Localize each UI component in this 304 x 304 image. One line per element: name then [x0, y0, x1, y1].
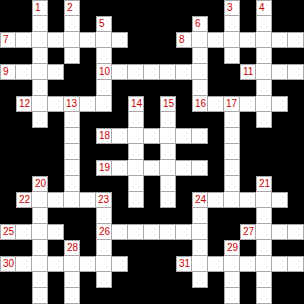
- block-cell: [160, 0, 176, 16]
- block-cell: [288, 48, 304, 64]
- block-cell: [112, 192, 128, 208]
- grid-cell-r7c16[interactable]: [256, 112, 272, 128]
- grid-cell-r2c11[interactable]: 8: [176, 32, 192, 48]
- clue-number-16: 16: [193, 99, 206, 109]
- block-cell: [208, 48, 224, 64]
- block-cell: [272, 144, 288, 160]
- grid-cell-r2c5[interactable]: [80, 32, 96, 48]
- grid-cell-r1c4[interactable]: [64, 16, 80, 32]
- grid-cell-r14c6[interactable]: 26: [96, 224, 112, 240]
- grid-cell-r14c17[interactable]: [272, 224, 288, 240]
- block-cell: [80, 0, 96, 16]
- grid-cell-r6c8[interactable]: 14: [128, 96, 144, 112]
- block-cell: [128, 288, 144, 304]
- grid-cell-r2c16[interactable]: [256, 32, 272, 48]
- grid-cell-r11c10[interactable]: [160, 176, 176, 192]
- block-cell: [112, 176, 128, 192]
- grid-cell-r14c2[interactable]: [32, 224, 48, 240]
- grid-cell-r14c8[interactable]: [128, 224, 144, 240]
- grid-cell-r4c7[interactable]: [112, 64, 128, 80]
- grid-cell-r4c10[interactable]: [160, 64, 176, 80]
- block-cell: [0, 96, 16, 112]
- clue-number-17: 17: [224, 99, 237, 109]
- block-cell: [80, 128, 96, 144]
- clue-number-18: 18: [97, 131, 110, 141]
- grid-cell-r11c4[interactable]: [64, 176, 80, 192]
- block-cell: [80, 64, 96, 80]
- grid-cell-r2c3[interactable]: [48, 32, 64, 48]
- block-cell: [240, 80, 256, 96]
- grid-cell-r10c6[interactable]: 19: [96, 160, 112, 176]
- block-cell: [224, 208, 240, 224]
- grid-cell-r4c15[interactable]: 11: [240, 64, 256, 80]
- grid-cell-r4c3[interactable]: [48, 64, 64, 80]
- block-cell: [240, 16, 256, 32]
- grid-cell-r17c6[interactable]: [96, 272, 112, 288]
- grid-cell-r4c16[interactable]: [256, 64, 272, 80]
- grid-cell-r14c18[interactable]: [288, 224, 304, 240]
- block-cell: [16, 208, 32, 224]
- block-cell: [144, 32, 160, 48]
- grid-cell-r4c0[interactable]: 9: [0, 64, 16, 80]
- block-cell: [128, 0, 144, 16]
- block-cell: [144, 48, 160, 64]
- grid-cell-r9c14[interactable]: [224, 144, 240, 160]
- grid-cell-r6c17[interactable]: [272, 96, 288, 112]
- grid-cell-r18c4[interactable]: [64, 288, 80, 304]
- grid-cell-r16c7[interactable]: [112, 256, 128, 272]
- block-cell: [208, 16, 224, 32]
- clue-number-28: 28: [65, 243, 78, 253]
- block-cell: [240, 128, 256, 144]
- block-cell: [208, 80, 224, 96]
- block-cell: [48, 48, 64, 64]
- grid-cell-r12c12[interactable]: 24: [192, 192, 208, 208]
- grid-cell-r14c7[interactable]: [112, 224, 128, 240]
- block-cell: [48, 272, 64, 288]
- block-cell: [80, 208, 96, 224]
- clue-number-10: 10: [97, 67, 110, 77]
- grid-cell-r8c4[interactable]: [64, 128, 80, 144]
- grid-cell-r6c6[interactable]: [96, 96, 112, 112]
- grid-cell-r16c0[interactable]: 30: [0, 256, 16, 272]
- grid-cell-r4c11[interactable]: [176, 64, 192, 80]
- grid-cell-r2c14[interactable]: [224, 32, 240, 48]
- grid-cell-r10c8[interactable]: [128, 160, 144, 176]
- block-cell: [48, 208, 64, 224]
- grid-cell-r2c0[interactable]: 7: [0, 32, 16, 48]
- block-cell: [288, 272, 304, 288]
- grid-cell-r9c4[interactable]: [64, 144, 80, 160]
- grid-cell-r12c5[interactable]: [80, 192, 96, 208]
- block-cell: [240, 48, 256, 64]
- block-cell: [144, 272, 160, 288]
- grid-cell-r16c2[interactable]: [32, 256, 48, 272]
- clue-number-8: 8: [177, 35, 185, 45]
- grid-cell-r10c12[interactable]: [192, 160, 208, 176]
- grid-cell-r8c9[interactable]: [144, 128, 160, 144]
- grid-cell-r12c8[interactable]: [128, 192, 144, 208]
- block-cell: [208, 272, 224, 288]
- grid-cell-r8c11[interactable]: [176, 128, 192, 144]
- grid-cell-r12c2[interactable]: [32, 192, 48, 208]
- block-cell: [16, 0, 32, 16]
- grid-cell-r12c16[interactable]: [256, 192, 272, 208]
- grid-cell-r17c12[interactable]: [192, 272, 208, 288]
- grid-cell-r15c12[interactable]: [192, 240, 208, 256]
- block-cell: [96, 0, 112, 16]
- block-cell: [0, 288, 16, 304]
- grid-cell-r12c13[interactable]: [208, 192, 224, 208]
- block-cell: [16, 48, 32, 64]
- grid-cell-r4c6[interactable]: 10: [96, 64, 112, 80]
- grid-cell-r4c9[interactable]: [144, 64, 160, 80]
- clue-number-24: 24: [193, 195, 206, 205]
- grid-cell-r2c2[interactable]: [32, 32, 48, 48]
- block-cell: [176, 0, 192, 16]
- block-cell: [80, 272, 96, 288]
- block-cell: [224, 80, 240, 96]
- grid-cell-r16c15[interactable]: [240, 256, 256, 272]
- block-cell: [176, 80, 192, 96]
- block-cell: [208, 128, 224, 144]
- grid-cell-r3c16[interactable]: [256, 48, 272, 64]
- block-cell: [48, 144, 64, 160]
- grid-cell-r12c10[interactable]: [160, 192, 176, 208]
- grid-cell-r16c3[interactable]: [48, 256, 64, 272]
- grid-cell-r5c6[interactable]: [96, 80, 112, 96]
- grid-cell-r11c14[interactable]: [224, 176, 240, 192]
- block-cell: [176, 48, 192, 64]
- block-cell: [64, 208, 80, 224]
- block-cell: [112, 80, 128, 96]
- grid-cell-r11c2[interactable]: 20: [32, 176, 48, 192]
- grid-cell-r16c5[interactable]: [80, 256, 96, 272]
- block-cell: [64, 224, 80, 240]
- block-cell: [208, 144, 224, 160]
- grid-cell-r16c6[interactable]: [96, 256, 112, 272]
- grid-cell-r15c16[interactable]: [256, 240, 272, 256]
- block-cell: [16, 128, 32, 144]
- grid-cell-r6c14[interactable]: 17: [224, 96, 240, 112]
- grid-cell-r6c3[interactable]: [48, 96, 64, 112]
- block-cell: [208, 288, 224, 304]
- grid-cell-r14c0[interactable]: 25: [0, 224, 16, 240]
- grid-cell-r4c17[interactable]: [272, 64, 288, 80]
- block-cell: [144, 16, 160, 32]
- grid-cell-r7c4[interactable]: [64, 112, 80, 128]
- block-cell: [64, 64, 80, 80]
- grid-cell-r4c8[interactable]: [128, 64, 144, 80]
- block-cell: [80, 16, 96, 32]
- block-cell: [112, 272, 128, 288]
- block-cell: [288, 144, 304, 160]
- block-cell: [48, 160, 64, 176]
- grid-cell-r12c1[interactable]: 22: [16, 192, 32, 208]
- grid-cell-r16c1[interactable]: [16, 256, 32, 272]
- grid-cell-r18c14[interactable]: [224, 288, 240, 304]
- grid-cell-r7c14[interactable]: [224, 112, 240, 128]
- grid-cell-r10c9[interactable]: [144, 160, 160, 176]
- grid-cell-r7c2[interactable]: [32, 112, 48, 128]
- block-cell: [208, 64, 224, 80]
- grid-cell-r6c10[interactable]: 15: [160, 96, 176, 112]
- grid-cell-r16c16[interactable]: [256, 256, 272, 272]
- grid-cell-r10c4[interactable]: [64, 160, 80, 176]
- block-cell: [240, 272, 256, 288]
- block-cell: [112, 240, 128, 256]
- grid-cell-r14c9[interactable]: [144, 224, 160, 240]
- block-cell: [160, 240, 176, 256]
- grid-cell-r13c6[interactable]: [96, 208, 112, 224]
- grid-cell-r10c14[interactable]: [224, 160, 240, 176]
- grid-cell-r16c18[interactable]: [288, 256, 304, 272]
- block-cell: [144, 288, 160, 304]
- block-cell: [208, 160, 224, 176]
- clue-number-5: 5: [97, 19, 105, 29]
- grid-cell-r4c2[interactable]: [32, 64, 48, 80]
- clue-number-22: 22: [17, 195, 30, 205]
- block-cell: [80, 240, 96, 256]
- block-cell: [176, 144, 192, 160]
- grid-cell-r15c2[interactable]: [32, 240, 48, 256]
- grid-cell-r8c7[interactable]: [112, 128, 128, 144]
- block-cell: [192, 112, 208, 128]
- block-cell: [208, 176, 224, 192]
- grid-cell-r2c13[interactable]: [208, 32, 224, 48]
- block-cell: [240, 144, 256, 160]
- grid-cell-r14c12[interactable]: [192, 224, 208, 240]
- clue-number-27: 27: [241, 227, 254, 237]
- grid-cell-r2c7[interactable]: [112, 32, 128, 48]
- block-cell: [112, 16, 128, 32]
- block-cell: [272, 80, 288, 96]
- block-cell: [0, 160, 16, 176]
- grid-cell-r16c4[interactable]: [64, 256, 80, 272]
- grid-cell-r14c3[interactable]: [48, 224, 64, 240]
- grid-cell-r5c12[interactable]: [192, 80, 208, 96]
- block-cell: [16, 176, 32, 192]
- grid-cell-r7c8[interactable]: [128, 112, 144, 128]
- grid-cell-r13c16[interactable]: [256, 208, 272, 224]
- grid-cell-r6c16[interactable]: [256, 96, 272, 112]
- grid-cell-r12c3[interactable]: [48, 192, 64, 208]
- grid-cell-r12c4[interactable]: [64, 192, 80, 208]
- block-cell: [176, 240, 192, 256]
- grid-cell-r2c18[interactable]: [288, 32, 304, 48]
- grid-cell-r6c12[interactable]: 16: [192, 96, 208, 112]
- grid-cell-r8c14[interactable]: [224, 128, 240, 144]
- grid-cell-r5c2[interactable]: [32, 80, 48, 96]
- grid-cell-r2c17[interactable]: [272, 32, 288, 48]
- grid-cell-r4c1[interactable]: [16, 64, 32, 80]
- block-cell: [288, 16, 304, 32]
- grid-cell-r3c12[interactable]: [192, 48, 208, 64]
- block-cell: [272, 160, 288, 176]
- grid-cell-r17c2[interactable]: [32, 272, 48, 288]
- grid-cell-r3c14[interactable]: [224, 48, 240, 64]
- block-cell: [160, 272, 176, 288]
- clue-number-11: 11: [241, 67, 253, 77]
- grid-cell-r1c12[interactable]: 6: [192, 16, 208, 32]
- grid-cell-r14c16[interactable]: [256, 224, 272, 240]
- grid-cell-r14c11[interactable]: [176, 224, 192, 240]
- grid-cell-r15c14[interactable]: 29: [224, 240, 240, 256]
- block-cell: [176, 16, 192, 32]
- grid-cell-r12c14[interactable]: [224, 192, 240, 208]
- block-cell: [160, 208, 176, 224]
- block-cell: [240, 176, 256, 192]
- block-cell: [80, 176, 96, 192]
- block-cell: [128, 208, 144, 224]
- grid-cell-r0c16[interactable]: 4: [256, 0, 272, 16]
- clue-number-6: 6: [193, 19, 201, 29]
- block-cell: [272, 128, 288, 144]
- clue-number-20: 20: [33, 179, 46, 189]
- block-cell: [256, 144, 272, 160]
- block-cell: [128, 240, 144, 256]
- grid-cell-r10c10[interactable]: [160, 160, 176, 176]
- clue-number-13: 13: [64, 99, 77, 109]
- grid-cell-r16c12[interactable]: [192, 256, 208, 272]
- block-cell: [112, 48, 128, 64]
- block-cell: [0, 80, 16, 96]
- block-cell: [288, 0, 304, 16]
- grid-cell-r13c12[interactable]: [192, 208, 208, 224]
- grid-cell-r8c6[interactable]: 18: [96, 128, 112, 144]
- grid-cell-r13c2[interactable]: [32, 208, 48, 224]
- grid-cell-r16c14[interactable]: [224, 256, 240, 272]
- block-cell: [208, 240, 224, 256]
- grid-cell-r14c1[interactable]: [16, 224, 32, 240]
- grid-cell-r3c6[interactable]: [96, 48, 112, 64]
- block-cell: [208, 224, 224, 240]
- grid-cell-r6c5[interactable]: [80, 96, 96, 112]
- grid-cell-r3c4[interactable]: [64, 48, 80, 64]
- block-cell: [144, 176, 160, 192]
- block-cell: [272, 176, 288, 192]
- block-cell: [0, 176, 16, 192]
- grid-cell-r8c10[interactable]: [160, 128, 176, 144]
- grid-cell-r0c14[interactable]: 3: [224, 0, 240, 16]
- grid-cell-r15c4[interactable]: 28: [64, 240, 80, 256]
- grid-cell-r0c2[interactable]: 1: [32, 0, 48, 16]
- grid-cell-r3c2[interactable]: [32, 48, 48, 64]
- block-cell: [128, 80, 144, 96]
- grid-cell-r2c12[interactable]: [192, 32, 208, 48]
- grid-cell-r6c15[interactable]: [240, 96, 256, 112]
- clue-number-31: 31: [177, 259, 190, 269]
- grid-cell-r8c12[interactable]: [192, 128, 208, 144]
- grid-cell-r4c12[interactable]: [192, 64, 208, 80]
- block-cell: [144, 112, 160, 128]
- grid-cell-r11c8[interactable]: [128, 176, 144, 192]
- grid-cell-r16c11[interactable]: 31: [176, 256, 192, 272]
- grid-cell-r6c13[interactable]: [208, 96, 224, 112]
- block-cell: [288, 128, 304, 144]
- grid-cell-r10c7[interactable]: [112, 160, 128, 176]
- block-cell: [112, 112, 128, 128]
- grid-cell-r14c15[interactable]: 27: [240, 224, 256, 240]
- grid-cell-r1c2[interactable]: [32, 16, 48, 32]
- grid-cell-r14c10[interactable]: [160, 224, 176, 240]
- grid-cell-r10c11[interactable]: [176, 160, 192, 176]
- grid-cell-r17c4[interactable]: [64, 272, 80, 288]
- grid-cell-r1c16[interactable]: [256, 16, 272, 32]
- grid-cell-r1c6[interactable]: 5: [96, 16, 112, 32]
- grid-cell-r9c8[interactable]: [128, 144, 144, 160]
- block-cell: [256, 160, 272, 176]
- grid-cell-r1c14[interactable]: [224, 16, 240, 32]
- block-cell: [80, 144, 96, 160]
- grid-cell-r2c4[interactable]: [64, 32, 80, 48]
- block-cell: [112, 144, 128, 160]
- block-cell: [144, 208, 160, 224]
- block-cell: [176, 192, 192, 208]
- block-cell: [288, 240, 304, 256]
- clue-number-12: 12: [17, 99, 30, 109]
- grid-cell-r6c1[interactable]: 12: [16, 96, 32, 112]
- grid-cell-r2c6[interactable]: [96, 32, 112, 48]
- block-cell: [16, 80, 32, 96]
- grid-cell-r5c16[interactable]: [256, 80, 272, 96]
- grid-cell-r11c16[interactable]: 21: [256, 176, 272, 192]
- block-cell: [272, 112, 288, 128]
- grid-cell-r6c4[interactable]: 13: [64, 96, 80, 112]
- grid-cell-r12c15[interactable]: [240, 192, 256, 208]
- grid-cell-r12c6[interactable]: 23: [96, 192, 112, 208]
- block-cell: [80, 160, 96, 176]
- grid-cell-r18c2[interactable]: [32, 288, 48, 304]
- block-cell: [128, 272, 144, 288]
- grid-cell-r2c15[interactable]: [240, 32, 256, 48]
- grid-cell-r2c1[interactable]: [16, 32, 32, 48]
- block-cell: [176, 288, 192, 304]
- grid-cell-r8c8[interactable]: [128, 128, 144, 144]
- grid-cell-r18c16[interactable]: [256, 288, 272, 304]
- block-cell: [272, 288, 288, 304]
- block-cell: [144, 256, 160, 272]
- grid-cell-r4c18[interactable]: [288, 64, 304, 80]
- block-cell: [0, 144, 16, 160]
- block-cell: [208, 0, 224, 16]
- block-cell: [32, 128, 48, 144]
- grid-cell-r16c13[interactable]: [208, 256, 224, 272]
- block-cell: [0, 272, 16, 288]
- grid-cell-r0c4[interactable]: 2: [64, 0, 80, 16]
- block-cell: [208, 112, 224, 128]
- block-cell: [96, 112, 112, 128]
- clue-number-26: 26: [97, 227, 110, 237]
- clue-number-4: 4: [257, 3, 265, 13]
- block-cell: [0, 112, 16, 128]
- block-cell: [144, 96, 160, 112]
- grid-cell-r16c17[interactable]: [272, 256, 288, 272]
- block-cell: [288, 176, 304, 192]
- grid-cell-r12c17[interactable]: [272, 192, 288, 208]
- block-cell: [160, 256, 176, 272]
- grid-cell-r6c2[interactable]: [32, 96, 48, 112]
- grid-cell-r7c10[interactable]: [160, 112, 176, 128]
- grid-cell-r17c14[interactable]: [224, 272, 240, 288]
- block-cell: [80, 288, 96, 304]
- grid-cell-r17c16[interactable]: [256, 272, 272, 288]
- grid-cell-r15c6[interactable]: [96, 240, 112, 256]
- block-cell: [0, 208, 16, 224]
- block-cell: [160, 48, 176, 64]
- grid-cell-r9c10[interactable]: [160, 144, 176, 160]
- block-cell: [272, 0, 288, 16]
